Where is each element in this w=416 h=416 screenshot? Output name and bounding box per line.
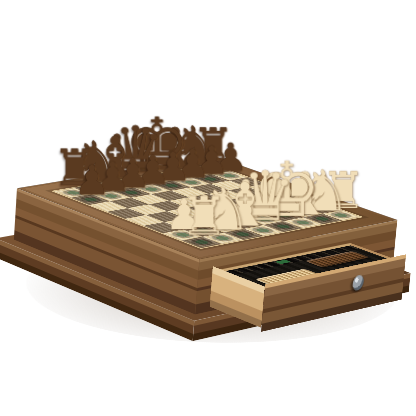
green-felt-pad	[275, 260, 291, 264]
square-d1: ♛	[244, 225, 284, 236]
product-photo-scene: ♜♞♝♛♚♝♞♜♟♟♟♟♟♟♟♟♟♟♟♟♟♟♟♟♜♞♝♛♚♝♞♜	[0, 0, 416, 416]
square-a5	[107, 208, 146, 219]
piece-dark-king: ♚	[124, 108, 186, 180]
piece-base-shadow	[307, 204, 338, 212]
square-h5	[247, 184, 284, 194]
piece-light-pawn: ♟	[292, 169, 356, 209]
drawer-knob	[352, 274, 364, 291]
piece-dark-rook: ♜	[183, 122, 244, 170]
piece-light-rook: ♜	[311, 166, 375, 216]
piece-dark-bishop: ♝	[144, 120, 206, 176]
